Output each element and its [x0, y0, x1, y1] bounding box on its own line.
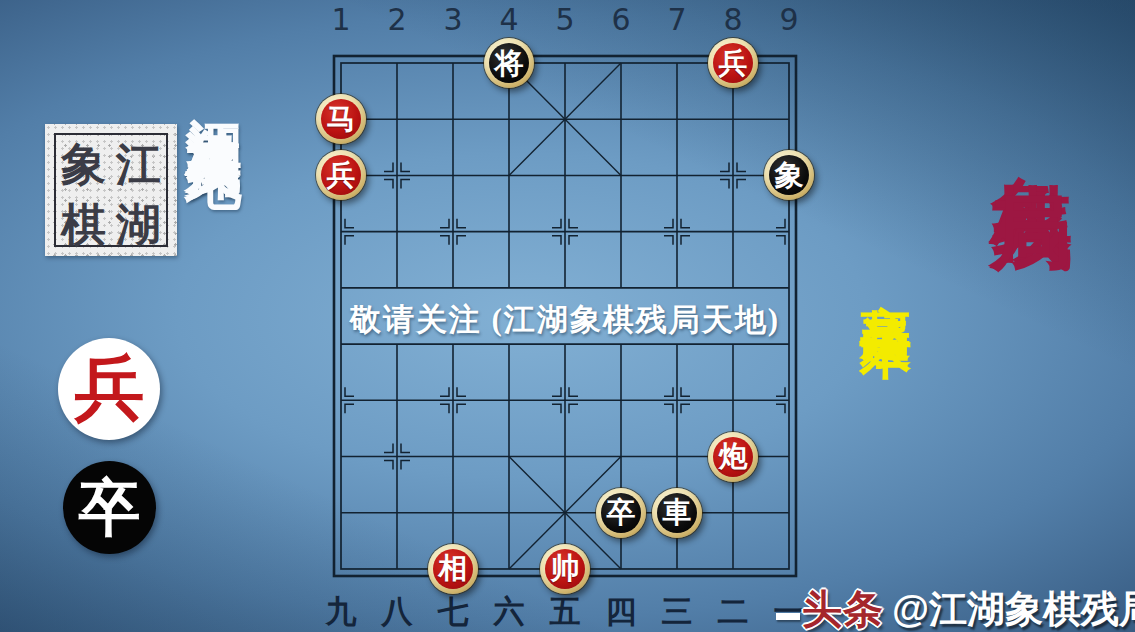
piece-glyph: 車: [657, 493, 697, 533]
piece-glyph: 马: [321, 99, 361, 139]
piece-red-cannon[interactable]: 炮: [708, 432, 758, 482]
piece-black-elephant[interactable]: 象: [764, 150, 814, 200]
file-label-top-9: 9: [761, 2, 817, 37]
right-vertical-subtitle: 高超运子术: [849, 262, 921, 567]
piece-black-soldier[interactable]: 卒: [596, 488, 646, 538]
piece-glyph: 炮: [713, 437, 753, 477]
watermark-dash: [776, 613, 800, 620]
stamp-character-grid: 象江棋湖: [54, 133, 168, 247]
piece-glyph: 将: [489, 43, 529, 83]
file-label-bottom-九: 九: [313, 591, 369, 632]
file-label-top-4: 4: [481, 2, 537, 37]
watermark: 头条 @江湖象棋残局天地: [776, 582, 1135, 632]
poster-background: 123456789 九八七六五四三二一 敬请关注 (江湖象棋残局天地) 将兵马兵…: [0, 0, 1135, 632]
file-labels-top: 123456789: [313, 2, 817, 37]
file-label-top-8: 8: [705, 2, 761, 37]
piece-black-general[interactable]: 将: [484, 38, 534, 88]
piece-red-elephant[interactable]: 相: [428, 544, 478, 594]
jianghu-xiangqi-stamp: 象江棋湖: [45, 124, 177, 256]
file-label-top-5: 5: [537, 2, 593, 37]
right-vertical-title: 象棋残局: [972, 110, 1090, 485]
stamp-char-江: 江: [111, 135, 166, 195]
stamp-char-湖: 湖: [111, 195, 166, 255]
red-soldier-badge: 兵: [58, 338, 160, 440]
file-label-bottom-四: 四: [593, 591, 649, 632]
file-label-bottom-八: 八: [369, 591, 425, 632]
watermark-handle: @江湖象棋残局天地: [892, 584, 1135, 632]
black-soldier-badge: 卒: [63, 461, 156, 554]
piece-glyph: 相: [433, 549, 473, 589]
piece-red-horse[interactable]: 马: [316, 94, 366, 144]
piece-glyph: 象: [769, 155, 809, 195]
piece-glyph: 兵: [713, 43, 753, 83]
stamp-char-象: 象: [56, 135, 111, 195]
file-label-top-6: 6: [593, 2, 649, 37]
piece-black-chariot[interactable]: 車: [652, 488, 702, 538]
piece-glyph: 兵: [321, 155, 361, 195]
piece-glyph: 卒: [601, 493, 641, 533]
file-label-bottom-三: 三: [649, 591, 705, 632]
stamp-char-棋: 棋: [56, 195, 111, 255]
file-label-bottom-二: 二: [705, 591, 761, 632]
file-labels-bottom: 九八七六五四三二一: [313, 591, 817, 632]
file-label-top-3: 3: [425, 2, 481, 37]
piece-red-soldier-top[interactable]: 兵: [708, 38, 758, 88]
piece-red-general[interactable]: 帅: [540, 544, 590, 594]
file-label-top-1: 1: [313, 2, 369, 37]
file-label-bottom-七: 七: [425, 591, 481, 632]
file-label-bottom-五: 五: [537, 591, 593, 632]
piece-glyph: 帅: [545, 549, 585, 589]
file-label-top-2: 2: [369, 2, 425, 37]
file-label-bottom-六: 六: [481, 591, 537, 632]
file-label-top-7: 7: [649, 2, 705, 37]
toutiao-brand: 头条: [802, 582, 884, 632]
left-vertical-title: 江湖象棋残局天地: [168, 74, 260, 574]
river-banner-text: 敬请关注 (江湖象棋残局天地): [341, 299, 789, 341]
